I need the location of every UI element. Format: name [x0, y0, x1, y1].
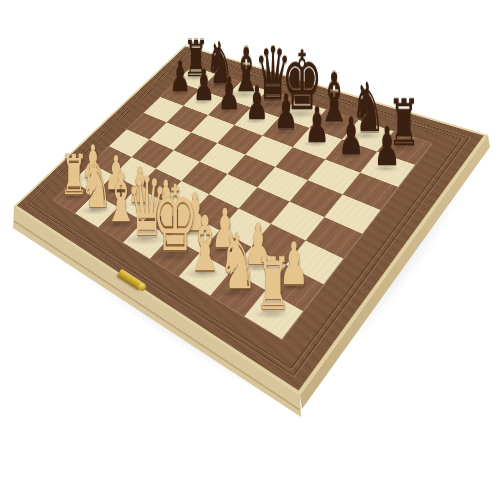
- black-pawn-glyph: ♟: [218, 72, 241, 117]
- pieces-layer: ♜♞♝♛♚♝♞♜♟♟♟♟♟♟♟♟♟♟♟♟♟♟♟♟♜♞♝♛♚♝♞♜: [0, 0, 500, 500]
- black-pawn-glyph: ♟: [374, 121, 401, 175]
- black-pawn-glyph: ♟: [169, 56, 190, 98]
- black-pawn-glyph: ♟: [274, 89, 298, 137]
- black-pawn-glyph: ♟: [338, 110, 364, 161]
- chess-set-photo: ♜♞♝♛♚♝♞♜♟♟♟♟♟♟♟♟♟♟♟♟♟♟♟♟♜♞♝♛♚♝♞♜: [0, 0, 500, 500]
- white-knight-glyph: ♞: [218, 224, 257, 301]
- black-pawn-glyph: ♟: [193, 64, 215, 107]
- black-pawn-glyph: ♟: [245, 80, 268, 126]
- white-rook-glyph: ♜: [255, 250, 292, 322]
- black-pawn-glyph: ♟: [305, 99, 330, 148]
